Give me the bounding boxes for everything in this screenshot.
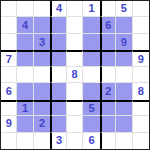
cell-r6c3-empty[interactable] xyxy=(34,83,50,99)
cell-r1c1-empty[interactable] xyxy=(1,1,17,17)
cell-r7c5-empty[interactable] xyxy=(67,100,83,116)
cell-r1c3-empty[interactable] xyxy=(34,1,50,17)
cell-r1c9-empty[interactable] xyxy=(133,1,149,17)
cell-r4c2-empty[interactable] xyxy=(17,50,33,66)
cell-r4c4-empty[interactable] xyxy=(50,50,66,66)
cell-r2c5-empty[interactable] xyxy=(67,17,83,33)
cell-r8c5-empty[interactable] xyxy=(67,116,83,132)
sudoku-board: 4154639798628159236 xyxy=(0,0,150,150)
cell-r7c7-empty[interactable] xyxy=(100,100,116,116)
cell-r8c9-empty[interactable] xyxy=(133,116,149,132)
cell-r6c9-given-8[interactable]: 8 xyxy=(133,83,149,99)
cell-r4c6-empty[interactable] xyxy=(83,50,99,66)
cell-r9c3-empty[interactable] xyxy=(34,133,50,149)
cell-r1c2-empty[interactable] xyxy=(17,1,33,17)
cell-r7c6-given-5[interactable]: 5 xyxy=(83,100,99,116)
cell-r2c3-empty[interactable] xyxy=(34,17,50,33)
cell-r9c1-empty[interactable] xyxy=(1,133,17,149)
cell-r9c7-empty[interactable] xyxy=(100,133,116,149)
cell-r2c9-empty[interactable] xyxy=(133,17,149,33)
cell-r1c7-empty[interactable] xyxy=(100,1,116,17)
cell-r2c4-empty[interactable] xyxy=(50,17,66,33)
cell-r7c2-given-1[interactable]: 1 xyxy=(17,100,33,116)
cell-r6c7-given-2[interactable]: 2 xyxy=(100,83,116,99)
cell-r2c7-given-6[interactable]: 6 xyxy=(100,17,116,33)
cell-r3c3-given-3[interactable]: 3 xyxy=(34,34,50,50)
cell-r5c5-given-8[interactable]: 8 xyxy=(67,67,83,83)
cell-r7c8-empty[interactable] xyxy=(116,100,132,116)
cell-r8c1-given-9[interactable]: 9 xyxy=(1,116,17,132)
cell-r3c7-empty[interactable] xyxy=(100,34,116,50)
cell-r8c3-given-2[interactable]: 2 xyxy=(34,116,50,132)
cell-r6c8-empty[interactable] xyxy=(116,83,132,99)
cell-r4c5-empty[interactable] xyxy=(67,50,83,66)
cell-r2c6-empty[interactable] xyxy=(83,17,99,33)
cell-r9c5-empty[interactable] xyxy=(67,133,83,149)
cell-r9c4-given-3[interactable]: 3 xyxy=(50,133,66,149)
cell-r6c4-empty[interactable] xyxy=(50,83,66,99)
cell-r3c6-empty[interactable] xyxy=(83,34,99,50)
cell-r1c4-given-4[interactable]: 4 xyxy=(50,1,66,17)
cell-r7c4-empty[interactable] xyxy=(50,100,66,116)
cell-r7c3-empty[interactable] xyxy=(34,100,50,116)
cell-r4c8-empty[interactable] xyxy=(116,50,132,66)
cell-r3c8-given-9[interactable]: 9 xyxy=(116,34,132,50)
cell-r9c2-empty[interactable] xyxy=(17,133,33,149)
cell-r6c5-empty[interactable] xyxy=(67,83,83,99)
cell-r4c9-given-9[interactable]: 9 xyxy=(133,50,149,66)
cell-r5c6-empty[interactable] xyxy=(83,67,99,83)
cell-r3c2-empty[interactable] xyxy=(17,34,33,50)
cell-r5c9-empty[interactable] xyxy=(133,67,149,83)
cell-r1c5-empty[interactable] xyxy=(67,1,83,17)
sudoku-app: 4154639798628159236 xyxy=(0,0,150,150)
cell-r5c3-empty[interactable] xyxy=(34,67,50,83)
cell-r3c4-empty[interactable] xyxy=(50,34,66,50)
cell-r9c9-empty[interactable] xyxy=(133,133,149,149)
cell-r2c1-empty[interactable] xyxy=(1,17,17,33)
cell-r7c9-empty[interactable] xyxy=(133,100,149,116)
cell-r9c6-given-6[interactable]: 6 xyxy=(83,133,99,149)
cell-r9c8-empty[interactable] xyxy=(116,133,132,149)
cell-r3c5-empty[interactable] xyxy=(67,34,83,50)
cell-r8c8-empty[interactable] xyxy=(116,116,132,132)
cell-r1c6-given-1[interactable]: 1 xyxy=(83,1,99,17)
cell-r5c4-empty[interactable] xyxy=(50,67,66,83)
cell-r1c8-given-5[interactable]: 5 xyxy=(116,1,132,17)
cell-r7c1-empty[interactable] xyxy=(1,100,17,116)
cell-r6c6-empty[interactable] xyxy=(83,83,99,99)
cell-r6c1-given-6[interactable]: 6 xyxy=(1,83,17,99)
cell-r8c2-empty[interactable] xyxy=(17,116,33,132)
cell-r4c3-empty[interactable] xyxy=(34,50,50,66)
cell-r3c9-empty[interactable] xyxy=(133,34,149,50)
cell-r8c4-empty[interactable] xyxy=(50,116,66,132)
cell-r5c2-empty[interactable] xyxy=(17,67,33,83)
cell-r8c6-empty[interactable] xyxy=(83,116,99,132)
cell-r6c2-empty[interactable] xyxy=(17,83,33,99)
cell-r4c7-empty[interactable] xyxy=(100,50,116,66)
cell-r2c8-empty[interactable] xyxy=(116,17,132,33)
cell-r8c7-empty[interactable] xyxy=(100,116,116,132)
cell-r5c1-empty[interactable] xyxy=(1,67,17,83)
cell-r5c7-empty[interactable] xyxy=(100,67,116,83)
cell-r2c2-given-4[interactable]: 4 xyxy=(17,17,33,33)
cell-r3c1-empty[interactable] xyxy=(1,34,17,50)
cell-r4c1-given-7[interactable]: 7 xyxy=(1,50,17,66)
cell-r5c8-empty[interactable] xyxy=(116,67,132,83)
